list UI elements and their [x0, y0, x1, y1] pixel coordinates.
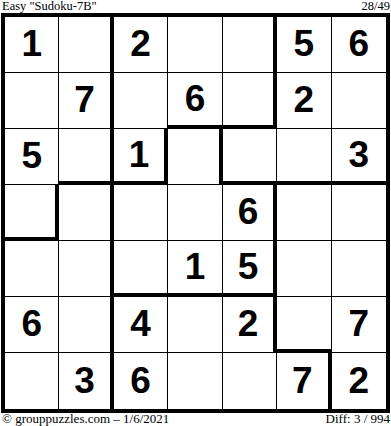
cell-r6c3[interactable]: 4: [114, 297, 168, 353]
cell-r2c1[interactable]: [5, 73, 59, 129]
cell-r4c2[interactable]: [59, 185, 113, 241]
cell-r4c3[interactable]: [114, 185, 168, 241]
header: Easy "Sudoku-7B" 28/49: [2, 0, 390, 13]
cell-r1c4[interactable]: [168, 17, 222, 73]
cell-r3c4[interactable]: [168, 129, 222, 185]
given-digit: 1: [129, 136, 150, 173]
cell-r1c7[interactable]: 6: [332, 17, 386, 73]
cell-r6c4[interactable]: [168, 297, 222, 353]
given-digit: 7: [292, 362, 313, 399]
cell-r5c2[interactable]: [59, 241, 113, 297]
puzzle-title: Easy "Sudoku-7B": [2, 0, 97, 13]
cell-r1c6[interactable]: 5: [277, 17, 331, 73]
cell-r4c1[interactable]: [5, 185, 59, 241]
cell-r4c4[interactable]: [168, 185, 222, 241]
cell-r2c3[interactable]: [114, 73, 168, 129]
given-digit: 6: [238, 193, 259, 230]
given-digit: 6: [185, 80, 206, 117]
cell-r5c3[interactable]: [114, 241, 168, 297]
given-digit: 7: [348, 305, 369, 342]
given-digit: 5: [238, 248, 259, 285]
given-digit: 5: [294, 25, 315, 62]
cell-r1c5[interactable]: [223, 17, 277, 73]
footer: © grouppuzzles.com – 1/6/2021 Diff: 3 / …: [2, 412, 390, 426]
cell-r5c4[interactable]: 1: [168, 241, 222, 297]
cell-r2c4[interactable]: 6: [168, 73, 222, 129]
cell-r1c1[interactable]: 1: [5, 17, 59, 73]
cell-r6c1[interactable]: 6: [5, 297, 59, 353]
cell-r6c7[interactable]: 7: [332, 297, 386, 353]
cell-r7c5[interactable]: [223, 353, 277, 409]
cell-r7c3[interactable]: 6: [114, 353, 168, 409]
given-digit: 3: [348, 136, 369, 173]
given-digit: 3: [74, 362, 95, 399]
given-digit: 2: [130, 25, 151, 62]
cell-r3c2[interactable]: [59, 129, 113, 185]
difficulty-text: Diff: 3 / 994: [326, 412, 390, 426]
given-digit: 2: [294, 81, 315, 118]
given-digit: 1: [185, 248, 206, 285]
given-digit: 2: [348, 362, 369, 399]
cell-r7c7[interactable]: 2: [332, 353, 386, 409]
cell-r7c2[interactable]: 3: [59, 353, 113, 409]
cell-r3c1[interactable]: 5: [5, 129, 59, 185]
given-digit: 2: [238, 305, 259, 342]
cell-r4c6[interactable]: [277, 185, 331, 241]
empty-cell-counter: 28/49: [362, 0, 390, 13]
cell-r7c4[interactable]: [168, 353, 222, 409]
given-digit: 7: [74, 81, 95, 118]
given-digit: 5: [21, 137, 42, 174]
cell-r1c2[interactable]: [59, 17, 113, 73]
cell-r5c5[interactable]: 5: [223, 241, 277, 297]
cell-r3c5[interactable]: [223, 129, 277, 185]
given-digit: 6: [21, 305, 42, 342]
cell-r1c3[interactable]: 2: [114, 17, 168, 73]
cell-r2c6[interactable]: 2: [277, 73, 331, 129]
sudoku-board: 125676251361564273672: [1, 13, 390, 413]
cell-r7c6[interactable]: 7: [277, 353, 331, 409]
cell-r2c2[interactable]: 7: [59, 73, 113, 129]
given-digit: 1: [21, 25, 42, 62]
cell-r6c2[interactable]: [59, 297, 113, 353]
cell-r5c7[interactable]: [332, 241, 386, 297]
cell-r2c7[interactable]: [332, 73, 386, 129]
sudoku-page: Easy "Sudoku-7B" 28/49 12567625136156427…: [0, 0, 391, 426]
cell-r5c6[interactable]: [277, 241, 331, 297]
cell-r6c6[interactable]: [277, 297, 331, 353]
cell-r7c1[interactable]: [5, 353, 59, 409]
cell-r2c5[interactable]: [223, 73, 277, 129]
given-digit: 6: [130, 362, 151, 399]
given-digit: 4: [130, 305, 151, 342]
cell-r3c3[interactable]: 1: [114, 129, 168, 185]
given-digit: 6: [348, 25, 369, 62]
cell-r3c6[interactable]: [277, 129, 331, 185]
copyright-text: © grouppuzzles.com – 1/6/2021: [2, 412, 169, 426]
cell-r6c5[interactable]: 2: [223, 297, 277, 353]
cell-r4c5[interactable]: 6: [223, 185, 277, 241]
cell-r4c7[interactable]: [332, 185, 386, 241]
cell-r5c1[interactable]: [5, 241, 59, 297]
cell-r3c7[interactable]: 3: [332, 129, 386, 185]
